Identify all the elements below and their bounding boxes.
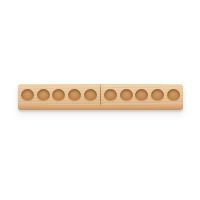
board-right-half [101, 84, 183, 106]
board-left-half [18, 84, 100, 106]
pit-6[interactable] [104, 89, 117, 102]
pit-3[interactable] [52, 89, 65, 102]
mancala-board [18, 84, 183, 110]
pit-1[interactable] [21, 89, 34, 102]
pit-7[interactable] [120, 89, 133, 102]
pit-2[interactable] [37, 89, 50, 102]
product-photo-background [0, 0, 200, 200]
pit-9[interactable] [151, 89, 164, 102]
pit-8[interactable] [135, 89, 148, 102]
pit-4[interactable] [68, 89, 81, 102]
pit-10[interactable] [167, 89, 180, 102]
pit-5[interactable] [84, 89, 97, 102]
board-front-edge [18, 105, 183, 110]
